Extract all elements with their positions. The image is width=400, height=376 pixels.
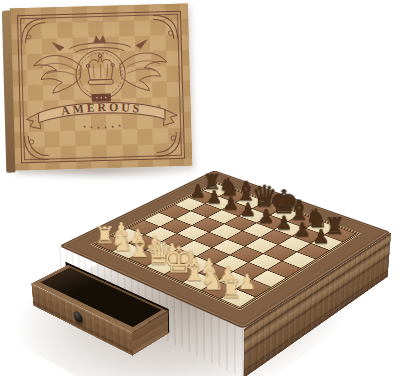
brand-text: AMEROUS (60, 99, 143, 118)
piece-black-pawn: ♟ (310, 227, 332, 246)
chess-board-scene: ♜♞♝♛♚♝♞♜♟♟♟♟♟♟♟♟♟♟♟♟♟♟♟♟♜♞♝♛♚♝♞♜ (59, 170, 392, 329)
banner-dots (84, 125, 121, 129)
page-root: AMEROUS ® ♜♞♝♛♚♝♞♜♟♟♟♟♟♟♟♟♟♟♟♟♟♟♟♟♜♞♝♛♚♝… (0, 0, 400, 376)
square-h4 (268, 261, 301, 277)
svg-text:AMEROUS: AMEROUS (60, 99, 143, 118)
product-box: AMEROUS ® (10, 4, 192, 171)
banner-ribbon: AMEROUS ® (26, 98, 178, 130)
crown-icon (86, 54, 115, 85)
piece-white-rook: ♜ (219, 277, 244, 302)
trademark-text: ® (157, 103, 161, 109)
crest-emblem: AMEROUS ® (20, 18, 182, 154)
box-side-panel (2, 10, 16, 173)
